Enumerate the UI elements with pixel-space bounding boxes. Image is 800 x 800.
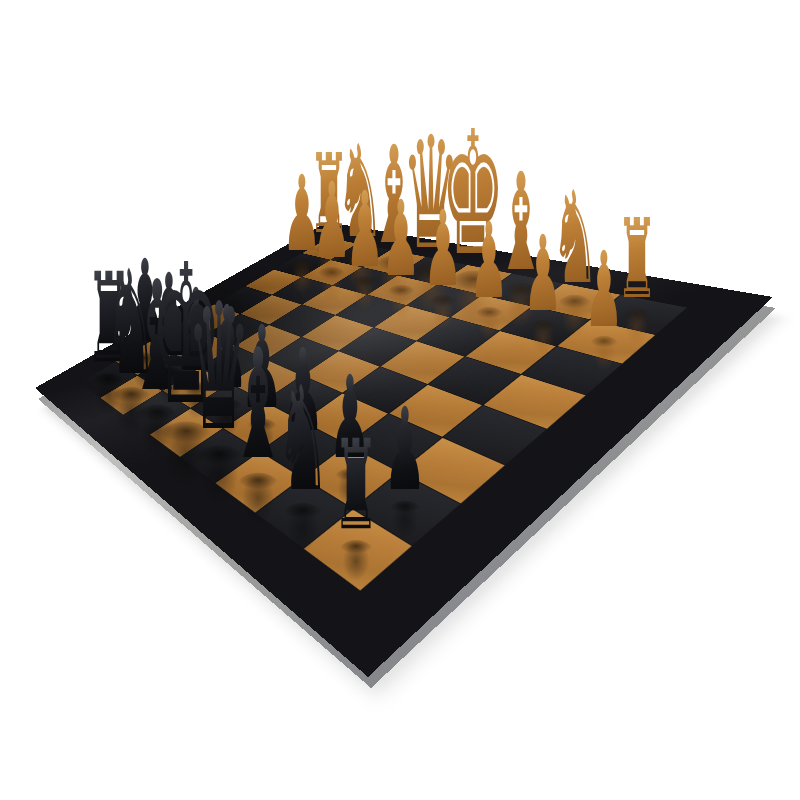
tan-pawn-icon: ♟ bbox=[523, 222, 562, 327]
black-rook-icon: ♜ bbox=[333, 424, 379, 548]
tan-pawn-icon: ♟ bbox=[584, 237, 623, 342]
scene: ♜♞♝♛♚♝♞♜♟♟♟♟♟♟♟♟♟♟♟♟♟♟♟♟♜♞♝♚♛♝♞♜ bbox=[0, 0, 800, 800]
black-pawn-icon: ♟ bbox=[384, 393, 427, 507]
black-knight-icon: ♞ bbox=[276, 367, 330, 511]
tan-pawn-icon: ♟ bbox=[382, 186, 421, 291]
tan-pawn-icon: ♟ bbox=[345, 177, 384, 282]
tan-pawn-icon: ♟ bbox=[423, 197, 462, 302]
tan-pawn-icon: ♟ bbox=[470, 209, 509, 314]
